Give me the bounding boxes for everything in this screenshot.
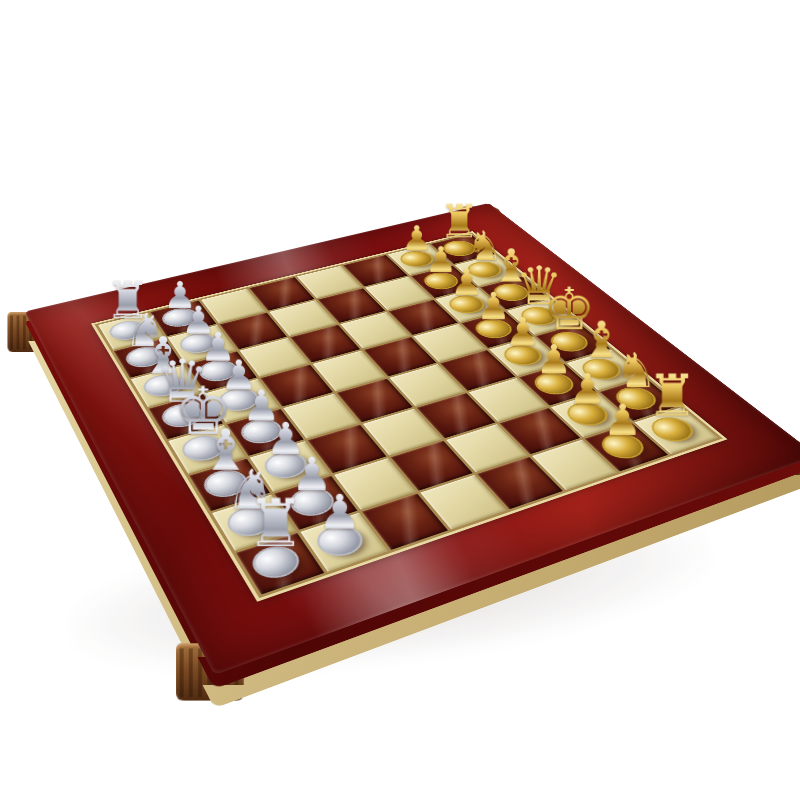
piece-silver-rook-h1[interactable]: ♜ <box>238 491 311 564</box>
piece-gold-pawn-h7[interactable]: ♟ <box>589 398 654 448</box>
pawn-glyph: ♟ <box>603 398 642 441</box>
chess-set-photo: ♜♞♝♛♚♝♞♜♟♟♟♟♟♟♟♟♟♟♟♟♟♟♟♟♜♞♝♛♚♝♞♜ <box>0 0 800 800</box>
piece-silver-pawn-h2[interactable]: ♟ <box>303 488 375 543</box>
rook-glyph: ♜ <box>246 491 305 557</box>
pawn-glyph: ♟ <box>318 488 361 536</box>
